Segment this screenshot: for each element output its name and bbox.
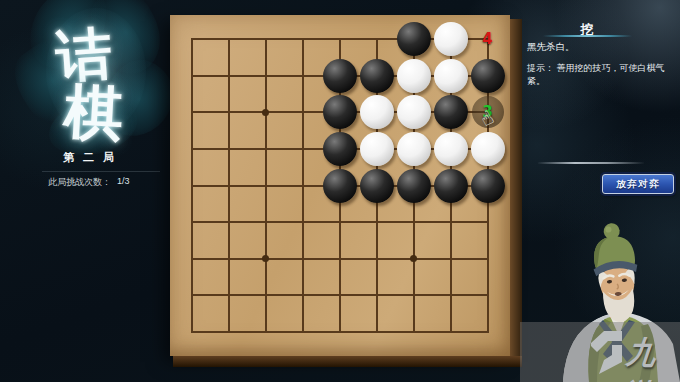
black-stone [360,169,394,203]
title-underline [543,35,632,37]
board-point-r7c5[interactable] [321,241,358,278]
black-stone [323,169,357,203]
board-point-r1c2[interactable] [210,21,247,58]
white-stone [360,132,394,166]
white-stone [397,59,431,93]
board-point-r1c1[interactable] [173,21,210,58]
board-point-r2c8[interactable] [432,58,469,95]
puzzle-title-calligraphy: 诘 棋 [28,0,162,148]
board-point-r5c9[interactable] [469,167,506,204]
board-point-r8c2[interactable] [210,277,247,314]
board-point-r4c5[interactable] [321,131,358,168]
ninegame-logo-text: 九游 [620,332,680,382]
white-stone [434,22,468,56]
black-stone [360,59,394,93]
board-point-r1c4[interactable] [284,21,321,58]
round-label: 第 二 局 [28,150,152,165]
board-point-r3c3[interactable] [247,94,284,131]
star-point [410,255,417,262]
title-char-qi: 棋 [62,73,125,156]
board-point-r7c4[interactable] [284,241,321,278]
board-point-r7c9[interactable] [469,241,506,278]
give-up-button[interactable]: 放弃对弈 [602,174,674,194]
board-point-r7c8[interactable] [432,241,469,278]
board-point-r8c8[interactable] [432,277,469,314]
panel-divider [538,162,644,164]
white-stone [434,59,468,93]
board-point-r7c1[interactable] [173,241,210,278]
board-point-r1c5[interactable] [321,21,358,58]
sidebar-divider [42,171,160,172]
black-stone [397,22,431,56]
board-point-r5c1[interactable] [173,167,210,204]
board-point-r6c9[interactable] [469,204,506,241]
board-point-r6c4[interactable] [284,204,321,241]
attempts-value: 1/3 [117,176,130,186]
board-point-r1c8[interactable] [432,21,469,58]
board-point-r5c5[interactable] [321,167,358,204]
board-point-r3c9[interactable]: 3☝ [469,94,506,131]
board-point-r8c9[interactable] [469,277,506,314]
board-point-r9c5[interactable] [321,314,358,351]
board-point-r5c3[interactable] [247,167,284,204]
board-point-r8c4[interactable] [284,277,321,314]
board-point-r6c2[interactable] [210,204,247,241]
black-stone [397,169,431,203]
board-point-r1c7[interactable] [395,21,432,58]
board-edge-right [510,19,522,363]
ninegame-logo-mark [591,331,622,378]
board-point-r1c3[interactable] [247,21,284,58]
attempts-row: 此局挑战次数： 1/3 [48,176,168,189]
white-stone [397,95,431,129]
white-stone [397,132,431,166]
board-point-r9c9[interactable] [469,314,506,351]
black-stone [471,169,505,203]
objective-text: 黑先杀白。 [527,41,673,54]
board-point-r7c2[interactable] [210,241,247,278]
board-point-r4c8[interactable] [432,131,469,168]
black-stone [471,59,505,93]
board-point-r4c3[interactable] [247,131,284,168]
board-point-r5c8[interactable] [432,167,469,204]
board-point-r9c3[interactable] [247,314,284,351]
board-point-r4c1[interactable] [173,131,210,168]
board-point-r3c6[interactable] [358,94,395,131]
board-point-r7c6[interactable] [358,241,395,278]
board-point-r3c4[interactable] [284,94,321,131]
board-point-r3c8[interactable] [432,94,469,131]
board-point-r7c7[interactable] [395,241,432,278]
goban-grid: 43☝ [173,21,506,350]
board-point-r2c4[interactable] [284,58,321,95]
move-marker-4: 4 [469,30,506,48]
board-point-r4c6[interactable] [358,131,395,168]
white-stone [434,132,468,166]
board-point-r7c3[interactable] [247,241,284,278]
board-point-r2c5[interactable] [321,58,358,95]
board-point-r8c3[interactable] [247,277,284,314]
white-stone [471,132,505,166]
go-board: 43☝ [170,15,522,367]
white-stone [360,95,394,129]
black-stone [323,95,357,129]
board-point-r3c1[interactable] [173,94,210,131]
board-point-r1c6[interactable] [358,21,395,58]
board-point-r2c1[interactable] [173,58,210,95]
board-point-r5c4[interactable] [284,167,321,204]
black-stone [323,132,357,166]
hint-text: 提示： 善用挖的技巧，可使白棋气紧。 [527,62,669,88]
logo-g-icon [591,331,622,374]
board-point-r9c2[interactable] [210,314,247,351]
board-point-r3c2[interactable] [210,94,247,131]
black-stone [434,169,468,203]
board-point-r6c1[interactable] [173,204,210,241]
board-point-r2c7[interactable] [395,58,432,95]
attempts-label: 此局挑战次数： [48,177,111,187]
board-point-r8c5[interactable] [321,277,358,314]
board-point-r5c6[interactable] [358,167,395,204]
board-edge-bottom [173,356,522,367]
board-point-r9c1[interactable] [173,314,210,351]
board-point-r4c7[interactable] [395,131,432,168]
black-stone [323,59,357,93]
board-point-r8c6[interactable] [358,277,395,314]
board-point-r3c7[interactable] [395,94,432,131]
board-point-r6c7[interactable] [395,204,432,241]
game-screen: 诘 棋 第 二 局 此局挑战次数： 1/3 43☝ 挖 黑先杀白。 提示： 善用… [0,0,680,382]
black-stone [434,95,468,129]
board-point-r2c9[interactable] [469,58,506,95]
board-point-r5c7[interactable] [395,167,432,204]
star-point [262,255,269,262]
board-point-r6c6[interactable] [358,204,395,241]
star-point [262,109,269,116]
board-point-r2c6[interactable] [358,58,395,95]
board-point-r4c2[interactable] [210,131,247,168]
board-point-r4c4[interactable] [284,131,321,168]
board-point-r5c2[interactable] [210,167,247,204]
board-point-r9c6[interactable] [358,314,395,351]
board-point-r6c3[interactable] [247,204,284,241]
board-point-r8c1[interactable] [173,277,210,314]
board-point-r3c5[interactable] [321,94,358,131]
board-point-r9c4[interactable] [284,314,321,351]
board-point-r2c2[interactable] [210,58,247,95]
board-point-r2c3[interactable] [247,58,284,95]
board-point-r6c8[interactable] [432,204,469,241]
board-point-r4c9[interactable] [469,131,506,168]
board-point-r6c5[interactable] [321,204,358,241]
board-point-r9c8[interactable] [432,314,469,351]
board-point-r1c9[interactable]: 4 [469,21,506,58]
board-point-r9c7[interactable] [395,314,432,351]
board-point-r8c7[interactable] [395,277,432,314]
